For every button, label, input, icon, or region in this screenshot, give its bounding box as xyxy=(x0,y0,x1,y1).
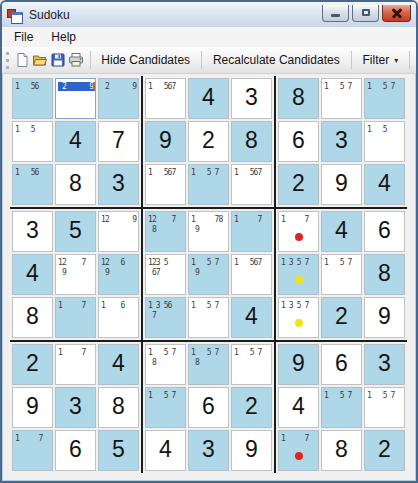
candidates-line: 9 xyxy=(189,267,228,277)
cell-r8c4[interactable]: 1 5 7 xyxy=(145,387,186,428)
candidates-line: 1 5 xyxy=(13,122,52,134)
cell-r8c3[interactable]: 8 xyxy=(98,387,139,428)
cell-r4c6[interactable]: 1 7 xyxy=(231,211,272,252)
cell-value: 9 xyxy=(322,165,361,202)
cell-r6c9[interactable]: 9 xyxy=(364,297,405,338)
minimize-icon xyxy=(331,14,340,17)
toolbar-separator xyxy=(409,51,410,69)
candidates-line: 1 5 7 xyxy=(322,388,361,400)
close-icon xyxy=(391,7,403,19)
sudoku-board: 1 56 2 9 2 91 5471 56831 567439281 5671 … xyxy=(10,76,407,473)
candidates-line: 1 5 7 xyxy=(189,345,228,357)
filter-label: Filter xyxy=(362,53,389,67)
candidates-line: 1 3 5 7 xyxy=(279,255,318,267)
cell-r6c1[interactable]: 8 xyxy=(12,297,53,338)
toolbar: Hide Candidates Recalculate Candidates F… xyxy=(2,47,416,74)
cell-value: 9 xyxy=(232,431,271,468)
cell-r9c1[interactable]: 1 7 xyxy=(12,430,53,471)
cell-value: 9 xyxy=(13,388,52,425)
cell-r4c9[interactable]: 6 xyxy=(364,211,405,252)
maximize-icon xyxy=(362,9,370,16)
cell-r8c6[interactable]: 2 xyxy=(231,387,272,428)
cell-r2c2[interactable]: 4 xyxy=(55,121,96,162)
cell-r7c7[interactable]: 9 xyxy=(278,344,319,385)
candidates-line: 12 9 xyxy=(99,212,138,224)
candidates-line: 1 5 7 xyxy=(146,388,185,400)
cell-r8c7[interactable]: 4 xyxy=(278,387,319,428)
selected-candidates-highlight: 2 9 xyxy=(58,82,95,91)
cell-r6c3[interactable]: 1 6 xyxy=(98,297,139,338)
candidates-line: 1 5 7 xyxy=(189,165,228,177)
candidates-line: 12 6 xyxy=(99,255,138,267)
candidates-line: 9 xyxy=(99,267,138,277)
cell-r1c8[interactable]: 1 5 7 xyxy=(321,78,362,119)
cell-value: 2 xyxy=(13,345,52,382)
candidates-line: 1 5 7 xyxy=(322,255,361,267)
cell-value: 4 xyxy=(322,212,361,249)
cell-r9c3[interactable]: 5 xyxy=(98,430,139,471)
new-file-icon xyxy=(14,52,30,68)
candidates-line: 1 78 xyxy=(189,212,228,224)
cell-value: 6 xyxy=(56,431,95,468)
cell-r4c8[interactable]: 4 xyxy=(321,211,362,252)
recalculate-candidates-button[interactable]: Recalculate Candidates xyxy=(206,50,347,70)
candidates-line: 12 7 xyxy=(56,255,95,267)
candidates-line: 123 5 xyxy=(146,255,185,267)
cell-value: 8 xyxy=(56,165,95,202)
cell-value: 3 xyxy=(189,431,228,468)
cell-r2c8[interactable]: 3 xyxy=(321,121,362,162)
candidates-line: 1 7 xyxy=(279,212,318,224)
box-1-1: 1 56 2 9 2 91 5471 5683 xyxy=(10,76,141,207)
cell-value: 5 xyxy=(99,431,138,468)
cell-value: 3 xyxy=(365,345,404,382)
hide-candidates-button[interactable]: Hide Candidates xyxy=(94,50,197,70)
cell-r6c4[interactable]: 1 3 56 7 xyxy=(145,297,186,338)
cell-r5c6[interactable]: 1 567 xyxy=(231,254,272,295)
box-1-3: 81 5 71 5 7631 5294 xyxy=(276,76,407,207)
window-title: Sudoku xyxy=(29,8,322,22)
cell-r1c9[interactable]: 1 5 7 xyxy=(364,78,405,119)
cell-value: 8 xyxy=(13,298,52,335)
cell-r1c5[interactable]: 4 xyxy=(188,78,229,119)
open-file-button[interactable] xyxy=(31,49,49,71)
candidates-line: 8 xyxy=(146,224,185,234)
cell-value: 6 xyxy=(279,122,318,159)
candidates-line: 1 56 xyxy=(13,79,52,91)
cell-r2c9[interactable]: 1 5 xyxy=(364,121,405,162)
cell-value: 4 xyxy=(279,388,318,425)
cell-r6c8[interactable]: 2 xyxy=(321,297,362,338)
candidates-line: 67 xyxy=(146,267,185,277)
cell-r3c4[interactable]: 1 567 xyxy=(145,164,186,205)
candidates-line: 9 xyxy=(189,224,228,234)
cell-r6c6[interactable]: 4 xyxy=(231,297,272,338)
toolbar-separator xyxy=(201,51,202,69)
candidates-line: 7 xyxy=(146,310,185,320)
cell-r7c8[interactable]: 6 xyxy=(321,344,362,385)
cell-r9c5[interactable]: 3 xyxy=(188,430,229,471)
cell-r1c7[interactable]: 8 xyxy=(278,78,319,119)
box-2-2: 12 7 81 78 91 7123 5 671 5 7 91 5671 3 5… xyxy=(143,209,274,340)
cell-r5c3[interactable]: 12 6 9 xyxy=(98,254,139,295)
cell-r5c9[interactable]: 8 xyxy=(364,254,405,295)
candidates-line: 1 567 xyxy=(232,255,271,267)
cell-r3c1[interactable]: 1 56 xyxy=(12,164,53,205)
cell-value: 4 xyxy=(56,122,95,159)
cell-r1c4[interactable]: 1 567 xyxy=(145,78,186,119)
cell-value: 4 xyxy=(189,79,228,116)
cell-value: 6 xyxy=(189,388,228,425)
cell-value: 9 xyxy=(146,122,185,159)
close-button[interactable] xyxy=(382,5,411,22)
candidates-line: 1 5 xyxy=(365,122,404,134)
box-1-2: 1 567439281 5671 5 71 567 xyxy=(143,76,274,207)
cell-value: 2 xyxy=(322,298,361,335)
candidates-line: 1 5 7 xyxy=(146,345,185,357)
cell-value: 4 xyxy=(99,345,138,382)
cell-value: 9 xyxy=(365,298,404,335)
cell-r2c7[interactable]: 6 xyxy=(278,121,319,162)
dropdown-arrow-icon: ▾ xyxy=(394,56,398,65)
yellow-dot xyxy=(295,276,303,284)
cell-r3c9[interactable]: 4 xyxy=(364,164,405,205)
cell-r7c1[interactable]: 2 xyxy=(12,344,53,385)
red-dot xyxy=(295,452,303,460)
cell-value: 3 xyxy=(322,122,361,159)
cell-r5c8[interactable]: 1 5 7 xyxy=(321,254,362,295)
cell-value: 3 xyxy=(56,388,95,425)
cell-value: 8 xyxy=(279,79,318,116)
cell-r1c1[interactable]: 1 56 xyxy=(12,78,53,119)
candidates-line: 2 9 xyxy=(99,79,138,91)
cell-r7c5[interactable]: 1 5 7 8 xyxy=(188,344,229,385)
printer-icon xyxy=(68,52,84,68)
candidates-line: 9 xyxy=(56,267,95,277)
candidates-line: 1 567 xyxy=(146,79,185,91)
candidates-line: 1 3 5 7 xyxy=(279,298,318,310)
yellow-dot xyxy=(295,319,303,327)
cell-value: 4 xyxy=(365,165,404,202)
cell-r9c8[interactable]: 8 xyxy=(321,430,362,471)
cell-r7c2[interactable]: 1 7 xyxy=(55,344,96,385)
cell-r9c7[interactable]: 1 7 xyxy=(278,430,319,471)
text-caret xyxy=(93,82,95,90)
candidates-line: 8 xyxy=(146,357,185,367)
minimize-button[interactable] xyxy=(322,5,349,22)
toolbar-grip-icon[interactable] xyxy=(6,52,9,69)
cell-r2c3[interactable]: 7 xyxy=(98,121,139,162)
cell-r7c6[interactable]: 1 5 7 xyxy=(231,344,272,385)
cell-r2c6[interactable]: 8 xyxy=(231,121,272,162)
cell-r2c4[interactable]: 9 xyxy=(145,121,186,162)
cell-r1c6[interactable]: 3 xyxy=(231,78,272,119)
candidates-line: 1 56 xyxy=(13,165,52,177)
cell-r2c1[interactable]: 1 5 xyxy=(12,121,53,162)
cell-r7c9[interactable]: 3 xyxy=(364,344,405,385)
cell-value: 8 xyxy=(322,431,361,468)
cell-r4c4[interactable]: 12 7 8 xyxy=(145,211,186,252)
save-file-button[interactable] xyxy=(49,49,67,71)
box-3-1: 21 749381 765 xyxy=(10,342,141,473)
candidates-line: 1 7 xyxy=(13,431,52,443)
cell-r6c5[interactable]: 1 5 7 xyxy=(188,297,229,338)
box-2-3: 1 7461 3 5 71 5 781 3 5 729 xyxy=(276,209,407,340)
cell-r9c6[interactable]: 9 xyxy=(231,430,272,471)
cell-r5c1[interactable]: 4 xyxy=(12,254,53,295)
candidates-line: 1 567 xyxy=(146,165,185,177)
cell-value: 7 xyxy=(99,122,138,159)
menu-file[interactable]: File xyxy=(5,28,42,46)
cell-value: 4 xyxy=(146,431,185,468)
candidates-line: 1 7 xyxy=(279,431,318,443)
cell-value: 4 xyxy=(232,298,271,335)
box-3-2: 1 5 7 81 5 7 81 5 71 5 762439 xyxy=(143,342,274,473)
cell-r5c2[interactable]: 12 7 9 xyxy=(55,254,96,295)
candidates-line: 2 9 xyxy=(56,79,95,91)
cell-value: 2 xyxy=(189,122,228,159)
cell-value: 6 xyxy=(365,212,404,249)
cell-value: 4 xyxy=(13,255,52,292)
cell-value: 8 xyxy=(365,255,404,292)
print-button[interactable] xyxy=(67,49,85,71)
candidates-line: 1 5 7 xyxy=(189,255,228,267)
cell-value: 3 xyxy=(99,165,138,202)
save-floppy-icon xyxy=(50,52,66,68)
cell-r5c7[interactable]: 1 3 5 7 xyxy=(278,254,319,295)
cell-r5c4[interactable]: 123 5 67 xyxy=(145,254,186,295)
cell-r8c1[interactable]: 9 xyxy=(12,387,53,428)
cell-r8c8[interactable]: 1 5 7 xyxy=(321,387,362,428)
cell-value: 9 xyxy=(279,345,318,382)
cell-r7c3[interactable]: 4 xyxy=(98,344,139,385)
cell-r9c9[interactable]: 2 xyxy=(364,430,405,471)
new-file-button[interactable] xyxy=(13,49,31,71)
cell-r4c5[interactable]: 1 78 9 xyxy=(188,211,229,252)
candidates-line: 1 7 xyxy=(56,345,95,357)
candidates-line: 1 5 7 xyxy=(232,345,271,357)
toolbar-separator xyxy=(90,51,91,69)
cell-value: 3 xyxy=(232,79,271,116)
cell-r2c5[interactable]: 2 xyxy=(188,121,229,162)
cell-value: 2 xyxy=(232,388,271,425)
app-window: Sudoku File Help xyxy=(0,0,418,483)
cell-value: 3 xyxy=(13,212,52,249)
candidates-line: 1 7 xyxy=(232,212,271,224)
cell-r6c2[interactable]: 1 7 xyxy=(55,297,96,338)
cell-value: 6 xyxy=(322,345,361,382)
candidates-line: 1 5 7 xyxy=(365,388,404,400)
cell-r8c5[interactable]: 6 xyxy=(188,387,229,428)
cell-r4c7[interactable]: 1 7 xyxy=(278,211,319,252)
client-area: 1 56 2 9 2 91 5471 56831 567439281 5671 … xyxy=(2,74,416,473)
cell-r3c7[interactable]: 2 xyxy=(278,164,319,205)
menu-bar: File Help xyxy=(2,27,416,47)
box-2-1: 3512 9412 7 912 6 981 71 6 xyxy=(10,209,141,340)
candidates-line: 1 567 xyxy=(232,165,271,177)
menu-help[interactable]: Help xyxy=(42,28,85,46)
app-icon xyxy=(7,7,23,22)
candidates-line: 1 7 xyxy=(56,298,95,310)
red-dot xyxy=(295,233,303,241)
cell-r3c6[interactable]: 1 567 xyxy=(231,164,272,205)
toolbar-separator xyxy=(351,51,352,69)
box-3-3: 96341 5 71 5 71 782 xyxy=(276,342,407,473)
cell-value: 8 xyxy=(232,122,271,159)
cell-r4c1[interactable]: 3 xyxy=(12,211,53,252)
cell-r4c2[interactable]: 5 xyxy=(55,211,96,252)
cell-r8c9[interactable]: 1 5 7 xyxy=(364,387,405,428)
cell-r9c2[interactable]: 6 xyxy=(55,430,96,471)
candidates-line: 1 5 7 xyxy=(365,79,404,91)
cell-r8c2[interactable]: 3 xyxy=(55,387,96,428)
cell-r3c5[interactable]: 1 5 7 xyxy=(188,164,229,205)
candidates-line: 1 3 56 xyxy=(146,298,185,310)
title-bar[interactable]: Sudoku xyxy=(2,2,416,27)
candidates-line: 12 7 xyxy=(146,212,185,224)
candidates-line: 1 5 7 xyxy=(189,298,228,310)
cell-r5c5[interactable]: 1 5 7 9 xyxy=(188,254,229,295)
maximize-button[interactable] xyxy=(352,5,379,22)
cell-r3c3[interactable]: 3 xyxy=(98,164,139,205)
cell-value: 2 xyxy=(365,431,404,468)
cell-r3c2[interactable]: 8 xyxy=(55,164,96,205)
cell-r4c3[interactable]: 12 9 xyxy=(98,211,139,252)
cell-r1c2[interactable]: 2 9 xyxy=(55,78,96,119)
cell-value: 5 xyxy=(56,212,95,249)
candidates-line: 1 6 xyxy=(99,298,138,310)
cell-r6c7[interactable]: 1 3 5 7 xyxy=(278,297,319,338)
cell-r9c4[interactable]: 4 xyxy=(145,430,186,471)
candidates-line: 1 5 7 xyxy=(322,79,361,91)
candidates-line: 8 xyxy=(189,357,228,367)
cell-r1c3[interactable]: 2 9 xyxy=(98,78,139,119)
cell-value: 8 xyxy=(99,388,138,425)
cell-r3c8[interactable]: 9 xyxy=(321,164,362,205)
cell-value: 2 xyxy=(279,165,318,202)
cell-r7c4[interactable]: 1 5 7 8 xyxy=(145,344,186,385)
filter-dropdown-button[interactable]: Filter ▾ xyxy=(355,50,405,70)
open-folder-icon xyxy=(32,52,48,68)
